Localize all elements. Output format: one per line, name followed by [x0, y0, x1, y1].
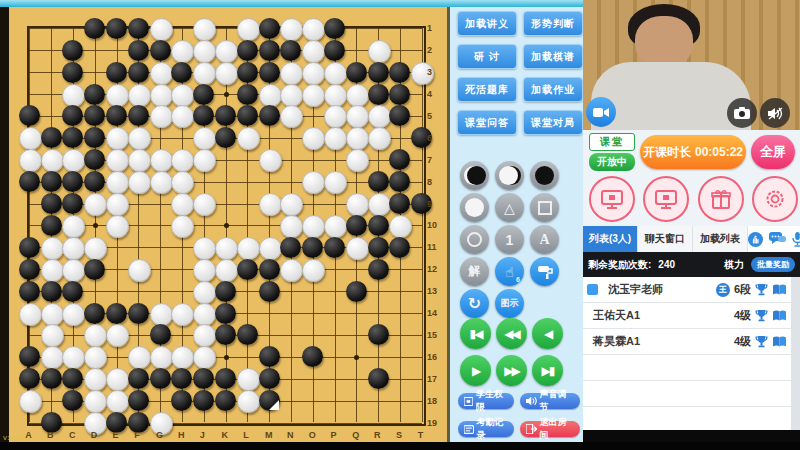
white-stone-G3: [150, 62, 173, 85]
white-stone-J11: [193, 237, 216, 260]
teacher-tool-panel: 加载讲义形势判断研 讨加载棋谱死活题库加载作业课堂问答课堂对局 △1A解☝6↻图…: [447, 0, 583, 442]
bottom-bar: [0, 442, 800, 450]
white-stone-L6: [237, 127, 260, 150]
menu-button-4[interactable]: 加载棋谱: [523, 44, 583, 69]
letter-mark-tool[interactable]: A: [530, 225, 559, 254]
white-stone-J14: [193, 303, 216, 326]
black-stone-P1: [324, 18, 345, 39]
col-label-M: M: [265, 430, 273, 440]
tab-chat-window[interactable]: 聊天窗口: [638, 226, 693, 252]
white-stone-O10: [302, 215, 325, 238]
tab-icon-group: [748, 226, 800, 252]
row-label-2: 2: [427, 45, 432, 55]
teacher-video-feed: [583, 0, 800, 130]
black-stone-C3: [62, 62, 83, 83]
class-badge-title: 课堂: [589, 133, 635, 151]
black-stone-Q13: [346, 281, 367, 302]
swap-refresh-tool[interactable]: ↻: [460, 289, 489, 318]
white-stone-A18: [19, 390, 42, 413]
white-stone-K12: [215, 259, 238, 282]
remaining-rewards-bar: 剩余奖励次数: 240 棋力 批量奖励: [583, 252, 800, 277]
chat-bubble-icon[interactable]: [769, 232, 786, 246]
strength-column-label: 棋力: [724, 258, 744, 272]
skip-end-button[interactable]: ▶▮: [532, 355, 563, 386]
diagram-tool[interactable]: 图示: [495, 289, 524, 318]
black-stone-K14: [215, 303, 236, 324]
black-stone-L2: [237, 40, 258, 61]
rewind-button[interactable]: ◀◀: [496, 318, 527, 349]
microphone-icon[interactable]: [792, 232, 800, 247]
tab-student-list[interactable]: 列表(3人): [583, 226, 638, 252]
white-stone-M9: [259, 193, 282, 216]
student-list: 沈玉宇老师王6段王佑天A14级蒋昊霖A14级: [583, 277, 791, 430]
stone-black-tool[interactable]: [530, 161, 559, 190]
white-stone-L17: [237, 368, 260, 391]
white-stone-L1: [237, 18, 260, 41]
white-stone-A7: [19, 149, 42, 172]
white-stone-K2: [215, 40, 238, 63]
play-button[interactable]: ▶: [460, 355, 491, 386]
white-stone-J12: [193, 259, 216, 282]
empty-list-row: [583, 355, 791, 381]
col-label-T: T: [418, 430, 424, 440]
board-left-edge: [0, 0, 9, 442]
fullscreen-button[interactable]: 全屏: [751, 135, 795, 169]
white-stone-J13: [193, 281, 216, 304]
star-point: [224, 92, 229, 97]
row-label-12: 12: [427, 264, 437, 274]
student-row[interactable]: 沈玉宇老师王6段: [583, 277, 791, 303]
col-label-J: J: [200, 430, 205, 440]
white-stone-E9: [106, 193, 129, 216]
black-stone-J4: [193, 84, 214, 105]
black-stone-Q3: [346, 62, 367, 83]
black-stone-K13: [215, 281, 236, 302]
star-point: [224, 223, 229, 228]
black-stone-E14: [106, 303, 127, 324]
teacher-face: [635, 16, 693, 68]
triangle-mark-tool[interactable]: △: [495, 193, 524, 222]
white-stone-O1: [302, 18, 325, 41]
black-stone-L4: [237, 84, 258, 105]
black-stone-G15: [150, 324, 171, 345]
student-permission-button[interactable]: 学生权限: [458, 393, 514, 409]
white-stone-E4: [106, 84, 129, 107]
white-stone-K3: [215, 62, 238, 85]
fast-forward-button[interactable]: ▶▶: [496, 355, 527, 386]
black-stone-D4: [84, 84, 105, 105]
circle-mark-tool[interactable]: [460, 225, 489, 254]
white-stone-Q9: [346, 193, 369, 216]
book-icon[interactable]: [772, 336, 787, 348]
black-stone-A8: [19, 171, 40, 192]
class-open-badge: 课堂 开放中: [589, 133, 635, 173]
remaining-rewards-label: 剩余奖励次数:: [588, 258, 651, 272]
black-stone-P2: [324, 40, 345, 61]
white-stone-G8: [150, 171, 173, 194]
white-stone-O2: [302, 40, 325, 63]
black-stone-F14: [128, 303, 149, 324]
white-stone-M4: [259, 84, 282, 107]
skip-start-button[interactable]: ▮◀: [460, 318, 491, 349]
white-stone-F7: [128, 149, 151, 172]
col-label-D: D: [91, 430, 98, 440]
row-label-4: 4: [427, 89, 432, 99]
white-stone-G5: [150, 105, 173, 128]
white-stone-O4: [302, 84, 325, 107]
book-icon[interactable]: [772, 284, 787, 296]
white-stone-C4: [62, 84, 85, 107]
col-label-K: K: [222, 430, 229, 440]
white-stone-N12: [280, 259, 303, 282]
playback-controls: ▮◀◀◀◀▶▶▶▶▮: [460, 318, 563, 386]
row-label-3: 3: [427, 67, 432, 77]
black-stone-S3: [389, 62, 410, 83]
student-row[interactable]: 蒋昊霖A14级: [583, 329, 791, 355]
row-label-9: 9: [427, 199, 432, 209]
host-badge-icon: 王: [716, 283, 730, 297]
black-stone-B10: [41, 215, 62, 236]
eraser-roller-tool[interactable]: [530, 257, 559, 286]
row-label-16: 16: [427, 352, 437, 362]
tab-load-list[interactable]: 加载列表: [693, 226, 748, 252]
tab-row: 列表(3人) 聊天窗口 加载列表: [583, 226, 800, 252]
col-label-O: O: [309, 430, 316, 440]
black-stone-B13: [41, 281, 62, 302]
timer-value: 00:05:22: [695, 145, 743, 159]
black-stone-R3: [368, 62, 389, 83]
watermark: V14821A: [3, 435, 31, 441]
black-stone-Q10: [346, 215, 367, 236]
trophy-icon[interactable]: [755, 309, 768, 322]
white-stone-A6: [19, 127, 42, 150]
white-stone-P10: [324, 215, 347, 238]
white-stone-B14: [41, 303, 64, 326]
menu-button-2[interactable]: 形势判断: [523, 11, 583, 36]
black-stone-R17: [368, 368, 389, 389]
black-stone-A16: [19, 346, 40, 367]
black-stone-M3: [259, 62, 280, 83]
student-rank: 4级: [734, 334, 751, 349]
white-stone-M11: [259, 237, 282, 260]
batch-reward-button[interactable]: 批量奖励: [751, 257, 795, 272]
remaining-rewards-count: 240: [658, 259, 675, 270]
white-stone-N4: [280, 84, 303, 107]
black-stone-O11: [302, 237, 323, 258]
empty-list-row: [583, 381, 791, 407]
white-stone-M7: [259, 149, 282, 172]
black-stone-M2: [259, 40, 280, 61]
black-stone-A13: [19, 281, 40, 302]
row-label-10: 10: [427, 220, 437, 230]
black-stone-A11: [19, 237, 40, 258]
black-stone-H3: [171, 62, 192, 83]
black-stone-M12: [259, 259, 280, 280]
prev-move-button[interactable]: ◀: [532, 318, 563, 349]
student-list-scrollbar[interactable]: [791, 277, 800, 430]
menu-button-8[interactable]: 课堂对局: [523, 110, 583, 135]
video-camera-button[interactable]: [586, 97, 616, 127]
white-stone-F12: [128, 259, 151, 282]
attendance-record-button[interactable]: 考勤记录: [458, 421, 514, 437]
white-stone-K11: [215, 237, 238, 260]
white-stone-G16: [150, 346, 173, 369]
menu-button-1[interactable]: 加载讲义: [457, 11, 517, 36]
black-stone-A12: [19, 259, 40, 280]
black-stone-D12: [84, 259, 105, 280]
app-window: A1B2C3D4E5F6G7H8J9K10L11M12N13O14P15Q16R…: [0, 0, 800, 450]
row-label-17: 17: [427, 374, 437, 384]
black-stone-C2: [62, 40, 83, 61]
white-stone-G4: [150, 84, 173, 107]
black-stone-F18: [128, 390, 149, 411]
black-stone-F2: [128, 40, 149, 61]
row-label-5: 5: [427, 111, 432, 121]
black-stone-S4: [389, 84, 410, 105]
black-stone-B9: [41, 193, 62, 214]
white-stone-Q11: [346, 237, 369, 260]
menu-button-6[interactable]: 加载作业: [523, 77, 583, 102]
white-stone-P3: [324, 62, 347, 85]
snapshot-camera-button[interactable]: [727, 98, 757, 128]
white-stone-N3: [280, 62, 303, 85]
row-label-6: 6: [427, 133, 432, 143]
white-stone-J2: [193, 40, 216, 63]
black-stone-F3: [128, 62, 149, 83]
col-label-G: G: [156, 430, 163, 440]
white-stone-E18: [106, 390, 129, 413]
white-stone-R5: [368, 105, 391, 128]
white-stone-B7: [41, 149, 64, 172]
white-stone-G14: [150, 303, 173, 326]
stone-white-tool[interactable]: [460, 193, 489, 222]
white-stone-E8: [106, 171, 129, 194]
row-label-13: 13: [427, 286, 437, 296]
black-stone-P11: [324, 237, 345, 258]
black-stone-R8: [368, 171, 389, 192]
board-chip-icon: [587, 284, 598, 295]
black-stone-G17: [150, 368, 171, 389]
white-stone-A14: [19, 303, 42, 326]
star-point: [224, 355, 229, 360]
white-stone-F4: [128, 84, 151, 107]
black-stone-L3: [237, 62, 258, 83]
student-name: 蒋昊霖A1: [593, 334, 640, 349]
black-stone-R4: [368, 84, 389, 105]
row-label-8: 8: [427, 177, 432, 187]
white-stone-C14: [62, 303, 85, 326]
white-stone-E10: [106, 215, 129, 238]
answer-tool[interactable]: 解: [460, 257, 489, 286]
black-stone-C13: [62, 281, 83, 302]
col-label-B: B: [47, 430, 54, 440]
col-label-C: C: [69, 430, 76, 440]
col-label-Q: Q: [352, 430, 359, 440]
white-stone-H4: [171, 84, 194, 107]
grid-vline: [422, 28, 423, 422]
black-stone-A17: [19, 368, 40, 389]
black-stone-E3: [106, 62, 127, 83]
black-stone-G2: [150, 40, 171, 61]
student-rank: 6段: [734, 282, 751, 297]
white-stone-J1: [193, 18, 216, 41]
black-stone-M13: [259, 281, 280, 302]
raise-hand-icon[interactable]: [748, 232, 763, 247]
white-stone-O3: [302, 62, 325, 85]
white-stone-O12: [302, 259, 325, 282]
timer-label: 开课时长: [643, 144, 691, 161]
white-stone-G7: [150, 149, 173, 172]
white-stone-F8: [128, 171, 151, 194]
black-stone-L12: [237, 259, 258, 280]
col-label-N: N: [287, 430, 294, 440]
student-name: 王佑天A1: [593, 308, 640, 323]
black-stone-B17: [41, 368, 62, 389]
last-move-marker: [269, 400, 279, 410]
row-label-18: 18: [427, 396, 437, 406]
white-stone-F16: [128, 346, 151, 369]
square-mark-tool[interactable]: [530, 193, 559, 222]
menu-button-3[interactable]: 研 讨: [457, 44, 517, 69]
trophy-icon[interactable]: [755, 283, 768, 296]
student-name: 沈玉宇老师: [608, 282, 663, 297]
book-icon[interactable]: [772, 310, 787, 322]
class-open-status: 开放中: [589, 153, 635, 171]
black-stone-F17: [128, 368, 149, 389]
white-stone-R6: [368, 127, 391, 150]
white-stone-B16: [41, 346, 64, 369]
white-stone-L18: [237, 390, 260, 413]
col-label-F: F: [134, 430, 140, 440]
black-stone-B6: [41, 127, 62, 148]
white-stone-Q7: [346, 149, 369, 172]
white-stone-R2: [368, 40, 391, 63]
trophy-icon[interactable]: [755, 335, 768, 348]
stone-white-black-tool[interactable]: [495, 161, 524, 190]
col-label-E: E: [113, 430, 119, 440]
mute-speaker-button[interactable]: [760, 98, 790, 128]
black-stone-N2: [280, 40, 301, 61]
white-stone-B12: [41, 259, 64, 282]
white-stone-G1: [150, 18, 173, 41]
student-rank: 4级: [734, 308, 751, 323]
student-row[interactable]: 王佑天A14级: [583, 303, 791, 329]
black-stone-B8: [41, 171, 62, 192]
row-label-19: 19: [427, 418, 437, 428]
black-stone-R12: [368, 259, 389, 280]
go-board[interactable]: A1B2C3D4E5F6G7H8J9K10L11M12N13O14P15Q16R…: [0, 0, 447, 442]
black-stone-K18: [215, 390, 236, 411]
white-stone-H14: [171, 303, 194, 326]
volume-adjust-button[interactable]: 声音调节: [520, 393, 580, 409]
col-label-S: S: [396, 430, 402, 440]
white-stone-B15: [41, 324, 64, 347]
black-stone-E1: [106, 18, 127, 39]
black-stone-R15: [368, 324, 389, 345]
black-stone-M17: [259, 368, 280, 389]
pointer-hand-tool[interactable]: ☝6: [495, 257, 524, 286]
menu-button-7[interactable]: 课堂问答: [457, 110, 517, 135]
col-label-R: R: [374, 430, 381, 440]
row-label-7: 7: [427, 155, 432, 165]
row-label-14: 14: [427, 308, 437, 318]
white-stone-B11: [41, 237, 64, 260]
white-stone-P8: [324, 171, 347, 194]
top-strip: [0, 0, 583, 7]
col-label-H: H: [178, 430, 185, 440]
row-label-11: 11: [427, 242, 437, 252]
class-duration-timer: 开课时长 00:05:22: [640, 135, 746, 169]
white-stone-J3: [193, 62, 216, 85]
row-label-15: 15: [427, 330, 437, 340]
menu-button-grid: 加载讲义形势判断研 讨加载棋谱死活题库加载作业课堂问答课堂对局: [457, 11, 583, 135]
black-stone-M5: [259, 105, 280, 126]
black-stone-F1: [128, 18, 149, 39]
white-stone-L11: [237, 237, 260, 260]
white-stone-Q6: [346, 127, 369, 150]
col-label-L: L: [243, 430, 249, 440]
right-panel: 课堂 开放中 开课时长 00:05:22 全屏 课堂结束课间休息答对奖励答错鼓励…: [583, 0, 800, 450]
col-label-P: P: [331, 430, 337, 440]
white-stone-R9: [368, 193, 391, 216]
black-stone-R11: [368, 237, 389, 258]
menu-button-5[interactable]: 死活题库: [457, 77, 517, 102]
white-stone-D11: [84, 237, 107, 260]
exit-room-button[interactable]: 退出房间: [520, 421, 580, 437]
black-stone-D1: [84, 18, 105, 39]
white-stone-P4: [324, 84, 347, 107]
annotation-tool-grid: △1A解☝6↻图示: [460, 161, 559, 318]
teacher-shirt: [591, 62, 751, 130]
white-stone-Q4: [346, 84, 369, 107]
row-label-1: 1: [427, 23, 432, 33]
black-stone-M16: [259, 346, 280, 367]
white-stone-F6: [128, 127, 151, 150]
black-stone-R10: [368, 215, 389, 236]
black-stone-M1: [259, 18, 280, 39]
black-stone-D14: [84, 303, 105, 324]
white-stone-C12: [62, 259, 85, 282]
white-stone-H2: [171, 40, 194, 63]
number-mark-tool[interactable]: 1: [495, 225, 524, 254]
stone-black-white-tool[interactable]: [460, 161, 489, 190]
